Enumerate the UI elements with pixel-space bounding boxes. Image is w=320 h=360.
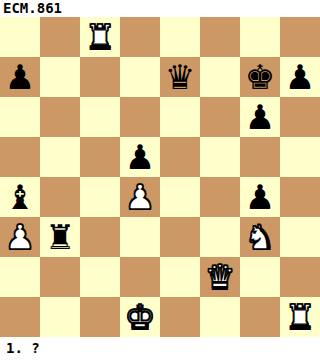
square-c7[interactable] [80,57,120,97]
square-d3[interactable] [120,217,160,257]
square-e6[interactable] [160,97,200,137]
square-a1[interactable] [0,297,40,337]
square-f5[interactable] [200,137,240,177]
square-f8[interactable] [200,17,240,57]
square-d7[interactable] [120,57,160,97]
black-pawn: ♟ [245,177,275,217]
square-c3[interactable] [80,217,120,257]
square-b4[interactable] [40,177,80,217]
black-queen: ♛ [165,57,195,97]
black-rook: ♜ [45,217,75,257]
square-e8[interactable] [160,17,200,57]
square-a3[interactable]: ♟ [0,217,40,257]
square-h1[interactable]: ♜ [280,297,320,337]
black-pawn: ♟ [285,57,315,97]
square-g7[interactable]: ♚ [240,57,280,97]
white-pawn: ♟ [125,177,155,217]
square-b8[interactable] [40,17,80,57]
square-c2[interactable] [80,257,120,297]
square-d6[interactable] [120,97,160,137]
square-c5[interactable] [80,137,120,177]
white-rook: ♜ [85,17,115,57]
puzzle-id: ECM.861 [3,1,62,16]
white-knight: ♞ [245,217,275,257]
square-c6[interactable] [80,97,120,137]
square-d1[interactable]: ♚ [120,297,160,337]
square-e4[interactable] [160,177,200,217]
square-a7[interactable]: ♟ [0,57,40,97]
square-h4[interactable] [280,177,320,217]
square-f3[interactable] [200,217,240,257]
square-b1[interactable] [40,297,80,337]
white-rook: ♜ [285,297,315,337]
square-a8[interactable] [0,17,40,57]
square-f1[interactable] [200,297,240,337]
square-h8[interactable] [280,17,320,57]
square-f7[interactable] [200,57,240,97]
square-e3[interactable] [160,217,200,257]
square-d8[interactable] [120,17,160,57]
square-b3[interactable]: ♜ [40,217,80,257]
white-queen: ♛ [205,257,235,297]
white-pawn: ♟ [5,217,35,257]
square-g2[interactable] [240,257,280,297]
square-e2[interactable] [160,257,200,297]
square-g8[interactable] [240,17,280,57]
black-bishop: ♝ [5,177,35,217]
square-a5[interactable] [0,137,40,177]
square-a6[interactable] [0,97,40,137]
black-pawn: ♟ [125,137,155,177]
square-f4[interactable] [200,177,240,217]
square-b5[interactable] [40,137,80,177]
square-g6[interactable]: ♟ [240,97,280,137]
square-e1[interactable] [160,297,200,337]
square-c1[interactable] [80,297,120,337]
chess-board: ♜♟♛♚♟♟♟♝♟♟♟♜♞♛♚♜ [0,17,320,337]
square-e7[interactable]: ♛ [160,57,200,97]
move-prompt: 1. ? [6,339,40,357]
square-c8[interactable]: ♜ [80,17,120,57]
black-king: ♚ [245,57,275,97]
square-a2[interactable] [0,257,40,297]
square-f6[interactable] [200,97,240,137]
square-h7[interactable]: ♟ [280,57,320,97]
square-h2[interactable] [280,257,320,297]
white-king: ♚ [125,297,155,337]
square-d5[interactable]: ♟ [120,137,160,177]
square-c4[interactable] [80,177,120,217]
square-g3[interactable]: ♞ [240,217,280,257]
square-b6[interactable] [40,97,80,137]
square-h3[interactable] [280,217,320,257]
square-g4[interactable]: ♟ [240,177,280,217]
black-pawn: ♟ [245,97,275,137]
square-d2[interactable] [120,257,160,297]
square-h6[interactable] [280,97,320,137]
square-h5[interactable] [280,137,320,177]
square-a4[interactable]: ♝ [0,177,40,217]
square-b2[interactable] [40,257,80,297]
square-f2[interactable]: ♛ [200,257,240,297]
square-b7[interactable] [40,57,80,97]
chess-puzzle-screen: ECM.861 ♜♟♛♚♟♟♟♝♟♟♟♜♞♛♚♜ 1. ? [0,0,320,360]
square-d4[interactable]: ♟ [120,177,160,217]
square-g1[interactable] [240,297,280,337]
square-g5[interactable] [240,137,280,177]
square-e5[interactable] [160,137,200,177]
black-pawn: ♟ [5,57,35,97]
